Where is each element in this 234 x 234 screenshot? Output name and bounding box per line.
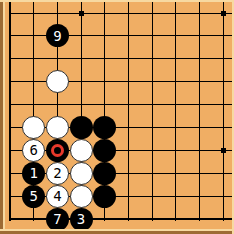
move-number-7: 7 (53, 212, 61, 226)
star-point-K10 (221, 11, 226, 16)
grid-hline (9, 104, 232, 105)
stone-D5 (70, 116, 93, 139)
stone-B5 (22, 116, 45, 139)
stone-B4: 6 (22, 139, 45, 162)
move-number-3: 3 (77, 212, 85, 226)
move-number-5: 5 (29, 189, 37, 203)
grid-hline (9, 218, 232, 220)
stone-C4 (46, 139, 69, 162)
board-edge-bottom-dark (0, 231, 234, 234)
grid-hline (9, 81, 232, 82)
board-edge-right-light (232, 0, 234, 234)
stone-E4 (93, 139, 116, 162)
stone-D1: 3 (70, 208, 93, 231)
move-number-6: 6 (29, 143, 37, 157)
grid-hline (9, 35, 232, 36)
stone-D3 (70, 162, 93, 185)
grid-hline (9, 13, 232, 14)
move-number-2: 2 (53, 166, 61, 180)
go-diagram: 96125473 (0, 0, 234, 234)
move-number-4: 4 (53, 189, 61, 203)
board-edge-bottom-light (0, 229, 234, 231)
stone-B3: 1 (22, 162, 45, 185)
stone-D2 (70, 185, 93, 208)
stone-C1: 7 (46, 208, 69, 231)
move-number-9: 9 (53, 29, 61, 43)
stone-C7 (46, 70, 69, 93)
go-board: 96125473 (0, 0, 234, 234)
stone-E5 (93, 116, 116, 139)
stone-E3 (93, 162, 116, 185)
grid-hline (9, 58, 232, 59)
stone-D4 (70, 139, 93, 162)
stone-C3: 2 (46, 162, 69, 185)
move-number-1: 1 (29, 166, 37, 180)
circle-marker (51, 144, 64, 157)
stone-C5 (46, 116, 69, 139)
board-edge-top-light (0, 0, 234, 2)
board-edge-left-light (3, 0, 5, 234)
star-point-D10 (79, 11, 84, 16)
star-point-K4 (221, 148, 226, 153)
stone-E2 (93, 185, 116, 208)
stone-C2: 4 (46, 185, 69, 208)
stone-C9: 9 (46, 24, 69, 47)
stone-B2: 5 (22, 185, 45, 208)
